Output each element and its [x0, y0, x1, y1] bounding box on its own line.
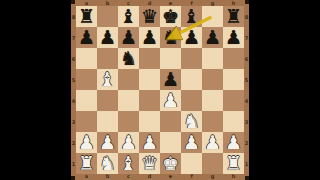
file-label-c: c [118, 173, 139, 180]
square-d7[interactable]: ♟ [139, 27, 160, 48]
square-a3[interactable] [76, 111, 97, 132]
square-g7[interactable]: ♟ [202, 27, 223, 48]
letterbox-right [249, 0, 320, 180]
file-label-h: h [223, 173, 244, 180]
square-h2[interactable]: ♟ [223, 132, 244, 153]
piece-black-knight[interactable]: ♞ [162, 28, 179, 47]
square-f8[interactable]: ♝ [181, 6, 202, 27]
piece-black-pawn[interactable]: ♟ [120, 28, 137, 47]
piece-black-pawn[interactable]: ♟ [183, 28, 200, 47]
square-e1[interactable]: ♚ [160, 153, 181, 174]
rank-label-3: 3 [244, 111, 249, 132]
square-c8[interactable]: ♝ [118, 6, 139, 27]
frame-corner-mark [245, 176, 249, 180]
chess-board: abcdefgh abcdefgh 87654321 87654321 ♜♝♛♚… [71, 0, 249, 180]
piece-black-pawn[interactable]: ♟ [225, 28, 242, 47]
piece-white-pawn[interactable]: ♟ [225, 133, 242, 152]
square-e6[interactable] [160, 48, 181, 69]
rank-label-5: 5 [244, 69, 249, 90]
square-g1[interactable] [202, 153, 223, 174]
square-b2[interactable]: ♟ [97, 132, 118, 153]
square-f6[interactable] [181, 48, 202, 69]
piece-white-rook[interactable]: ♜ [225, 154, 242, 173]
piece-white-pawn[interactable]: ♟ [183, 133, 200, 152]
square-g3[interactable] [202, 111, 223, 132]
piece-black-pawn[interactable]: ♟ [162, 70, 179, 89]
square-h4[interactable] [223, 90, 244, 111]
file-label-f: f [181, 173, 202, 180]
square-b6[interactable] [97, 48, 118, 69]
piece-white-king[interactable]: ♚ [162, 154, 179, 173]
square-d3[interactable] [139, 111, 160, 132]
piece-black-rook[interactable]: ♜ [78, 7, 95, 26]
frame-corner-mark [71, 0, 75, 4]
square-h5[interactable] [223, 69, 244, 90]
square-d2[interactable]: ♟ [139, 132, 160, 153]
square-d4[interactable] [139, 90, 160, 111]
rank-label-7: 7 [244, 27, 249, 48]
square-c1[interactable]: ♝ [118, 153, 139, 174]
rank-label-2: 2 [244, 132, 249, 153]
square-c5[interactable] [118, 69, 139, 90]
square-e2[interactable] [160, 132, 181, 153]
frame-corner-mark [245, 0, 249, 4]
square-e8[interactable]: ♚ [160, 6, 181, 27]
square-c4[interactable] [118, 90, 139, 111]
rank-labels-right: 87654321 [244, 6, 249, 174]
rank-label-6: 6 [244, 48, 249, 69]
square-b1[interactable]: ♞ [97, 153, 118, 174]
square-f4[interactable] [181, 90, 202, 111]
square-b5[interactable]: ♝ [97, 69, 118, 90]
file-label-e: e [160, 173, 181, 180]
square-g5[interactable] [202, 69, 223, 90]
square-c7[interactable]: ♟ [118, 27, 139, 48]
piece-white-knight[interactable]: ♞ [99, 154, 116, 173]
piece-black-bishop[interactable]: ♝ [120, 7, 137, 26]
piece-white-rook[interactable]: ♜ [78, 154, 95, 173]
square-d5[interactable] [139, 69, 160, 90]
file-label-d: d [139, 173, 160, 180]
piece-white-pawn[interactable]: ♟ [204, 133, 221, 152]
square-a4[interactable] [76, 90, 97, 111]
square-b3[interactable] [97, 111, 118, 132]
square-b7[interactable]: ♟ [97, 27, 118, 48]
piece-white-bishop[interactable]: ♝ [99, 70, 116, 89]
frame-corner-mark [71, 176, 75, 180]
square-a7[interactable]: ♟ [76, 27, 97, 48]
piece-white-bishop[interactable]: ♝ [120, 154, 137, 173]
square-c6[interactable]: ♞ [118, 48, 139, 69]
square-d8[interactable]: ♛ [139, 6, 160, 27]
piece-black-queen[interactable]: ♛ [141, 7, 158, 26]
file-label-b: b [97, 173, 118, 180]
piece-white-pawn[interactable]: ♟ [99, 133, 116, 152]
square-g4[interactable] [202, 90, 223, 111]
file-labels-bottom: abcdefgh [76, 173, 244, 180]
square-b8[interactable] [97, 6, 118, 27]
piece-black-bishop[interactable]: ♝ [183, 7, 200, 26]
square-f2[interactable]: ♟ [181, 132, 202, 153]
piece-white-pawn[interactable]: ♟ [78, 133, 95, 152]
piece-black-rook[interactable]: ♜ [225, 7, 242, 26]
square-f5[interactable] [181, 69, 202, 90]
piece-black-pawn[interactable]: ♟ [204, 28, 221, 47]
square-e5[interactable]: ♟ [160, 69, 181, 90]
square-e7[interactable]: ♞ [160, 27, 181, 48]
square-h3[interactable] [223, 111, 244, 132]
square-g6[interactable] [202, 48, 223, 69]
square-e4[interactable]: ♟ [160, 90, 181, 111]
file-label-a: a [76, 173, 97, 180]
piece-white-pawn[interactable]: ♟ [120, 133, 137, 152]
square-g8[interactable] [202, 6, 223, 27]
square-a8[interactable]: ♜ [76, 6, 97, 27]
square-c3[interactable] [118, 111, 139, 132]
square-d6[interactable] [139, 48, 160, 69]
letterbox-left [0, 0, 71, 180]
piece-black-pawn[interactable]: ♟ [99, 28, 116, 47]
file-label-g: g [202, 173, 223, 180]
square-d1[interactable]: ♛ [139, 153, 160, 174]
square-a2[interactable]: ♟ [76, 132, 97, 153]
square-e3[interactable] [160, 111, 181, 132]
square-f1[interactable] [181, 153, 202, 174]
piece-black-knight[interactable]: ♞ [120, 49, 137, 68]
square-f3[interactable]: ♞ [181, 111, 202, 132]
square-a1[interactable]: ♜ [76, 153, 97, 174]
square-c2[interactable]: ♟ [118, 132, 139, 153]
piece-white-pawn[interactable]: ♟ [141, 133, 158, 152]
square-h8[interactable]: ♜ [223, 6, 244, 27]
square-g2[interactable]: ♟ [202, 132, 223, 153]
square-h1[interactable]: ♜ [223, 153, 244, 174]
piece-black-king[interactable]: ♚ [162, 7, 179, 26]
rank-label-4: 4 [244, 90, 249, 111]
square-h6[interactable] [223, 48, 244, 69]
board-grid: ♜♝♛♚♝♜♟♟♟♟♞♟♟♟♞♝♟♟♞♟♟♟♟♟♟♟♜♞♝♛♚♜ [76, 6, 244, 174]
piece-black-pawn[interactable]: ♟ [78, 28, 95, 47]
piece-white-pawn[interactable]: ♟ [162, 91, 179, 110]
square-a6[interactable] [76, 48, 97, 69]
piece-white-queen[interactable]: ♛ [141, 154, 158, 173]
rank-label-1: 1 [244, 153, 249, 174]
square-h7[interactable]: ♟ [223, 27, 244, 48]
piece-black-pawn[interactable]: ♟ [141, 28, 158, 47]
square-b4[interactable] [97, 90, 118, 111]
square-a5[interactable] [76, 69, 97, 90]
square-f7[interactable]: ♟ [181, 27, 202, 48]
video-frame: abcdefgh abcdefgh 87654321 87654321 ♜♝♛♚… [0, 0, 320, 180]
piece-white-knight[interactable]: ♞ [183, 112, 200, 131]
rank-label-8: 8 [244, 6, 249, 27]
